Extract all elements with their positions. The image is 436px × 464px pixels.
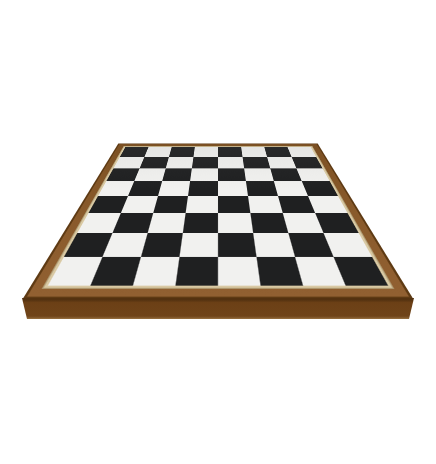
board-inner-trim	[42, 146, 395, 289]
board-square	[218, 181, 248, 196]
board-square	[148, 213, 186, 233]
board-front-edge	[22, 298, 414, 319]
board-square	[292, 157, 323, 168]
board-square	[133, 257, 180, 286]
board-square	[302, 181, 338, 196]
board-square	[169, 147, 195, 157]
board-square	[141, 233, 183, 257]
board-square	[158, 181, 190, 196]
board-square	[175, 257, 218, 286]
scene	[0, 0, 436, 464]
board-square	[193, 147, 218, 157]
board-square	[218, 157, 244, 168]
board-square	[218, 257, 261, 286]
board-frame	[23, 143, 414, 298]
board-square	[128, 181, 162, 196]
board-square	[248, 196, 283, 213]
board-square	[166, 157, 194, 168]
board-square	[218, 168, 246, 181]
board-square	[188, 181, 218, 196]
board-square	[190, 168, 218, 181]
board-square	[218, 196, 250, 213]
board-square	[121, 196, 158, 213]
board-square	[192, 157, 218, 168]
board-square	[243, 157, 271, 168]
board-square	[140, 157, 169, 168]
board-square	[288, 147, 317, 157]
board-square	[246, 181, 278, 196]
board-square	[218, 213, 253, 233]
board-square	[296, 168, 329, 181]
board-square	[134, 168, 166, 181]
board-perspective	[0, 0, 436, 464]
board-square	[179, 233, 218, 257]
board-square	[241, 147, 267, 157]
board-square	[112, 213, 153, 233]
board-square	[218, 233, 257, 257]
board-square	[244, 168, 274, 181]
board-square	[308, 196, 348, 213]
board-square	[315, 213, 359, 233]
board-square	[162, 168, 192, 181]
board-square	[144, 147, 171, 157]
chessboard	[48, 147, 388, 286]
board-square	[153, 196, 188, 213]
board-square	[186, 196, 218, 213]
board-square	[218, 147, 243, 157]
board-square	[183, 213, 218, 233]
